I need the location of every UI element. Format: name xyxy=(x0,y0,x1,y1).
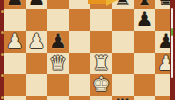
square-b7[interactable]: ♟ xyxy=(26,0,48,9)
square-c7[interactable] xyxy=(47,0,69,9)
gold-stud-icon xyxy=(1,96,4,99)
square-c2[interactable] xyxy=(47,96,69,100)
square-a2[interactable] xyxy=(4,96,26,100)
square-a4[interactable] xyxy=(4,53,26,75)
square-e3[interactable]: ♚ xyxy=(90,74,112,96)
square-f3[interactable] xyxy=(112,74,134,96)
move-arrow-shaft xyxy=(88,0,108,4)
square-a3[interactable] xyxy=(4,74,26,96)
piece-white-king-e3[interactable]: ♚ xyxy=(92,74,110,96)
square-g5[interactable] xyxy=(134,31,156,53)
square-e5[interactable] xyxy=(90,31,112,53)
scrollbar-track[interactable] xyxy=(171,8,173,78)
square-c3[interactable] xyxy=(47,74,69,96)
piece-black-pawn-c5[interactable]: ♟ xyxy=(49,31,67,53)
square-e2[interactable] xyxy=(90,96,112,100)
square-f2[interactable]: ♜ xyxy=(112,96,134,100)
piece-black-pawn-g6[interactable]: ♟ xyxy=(135,9,153,31)
piece-white-pawn-b5[interactable]: ♟ xyxy=(27,31,45,53)
square-g6[interactable]: ♟ xyxy=(134,9,156,31)
square-b5[interactable]: ♟ xyxy=(26,31,48,53)
square-b2[interactable] xyxy=(26,96,48,100)
piece-black-pawn-a7[interactable]: ♟ xyxy=(6,0,24,9)
square-c5[interactable]: ♟ xyxy=(47,31,69,53)
square-d6[interactable] xyxy=(69,9,91,31)
gold-stud-icon xyxy=(1,31,4,34)
square-d4[interactable] xyxy=(69,53,91,75)
square-g2[interactable] xyxy=(134,96,156,100)
square-f4[interactable] xyxy=(112,53,134,75)
chess-board: ♟♟♜♝♚♟♟♟♟♟♛♜♟♚♜ xyxy=(4,0,175,100)
scrollbar-thumb[interactable] xyxy=(171,28,173,36)
square-e4[interactable]: ♜ xyxy=(90,53,112,75)
square-b6[interactable] xyxy=(26,9,48,31)
piece-black-rook-f2[interactable]: ♜ xyxy=(114,96,132,100)
gold-stud-icon xyxy=(1,53,4,56)
gold-stud-icon xyxy=(1,74,4,77)
square-c4[interactable]: ♛ xyxy=(47,53,69,75)
piece-white-rook-e4[interactable]: ♜ xyxy=(92,53,110,75)
square-d3[interactable] xyxy=(69,74,91,96)
square-a7[interactable]: ♟ xyxy=(4,0,26,9)
square-a6[interactable] xyxy=(4,9,26,31)
square-a5[interactable]: ♟ xyxy=(4,31,26,53)
square-b3[interactable] xyxy=(26,74,48,96)
gold-stud-icon xyxy=(1,10,4,13)
square-f6[interactable] xyxy=(112,9,134,31)
square-d5[interactable] xyxy=(69,31,91,53)
square-g3[interactable] xyxy=(134,74,156,96)
square-b4[interactable] xyxy=(26,53,48,75)
square-f5[interactable] xyxy=(112,31,134,53)
piece-white-pawn-a5[interactable]: ♟ xyxy=(6,31,24,53)
square-g4[interactable] xyxy=(134,53,156,75)
square-c6[interactable] xyxy=(47,9,69,31)
piece-white-queen-c4[interactable]: ♛ xyxy=(49,53,67,75)
move-arrow-head-icon xyxy=(106,0,120,6)
square-d2[interactable] xyxy=(69,96,91,100)
piece-black-pawn-b7[interactable]: ♟ xyxy=(27,0,45,9)
chess-app-viewport: ♟♟♜♝♚♟♟♟♟♟♛♜♟♚♜ xyxy=(0,0,175,100)
square-e6[interactable] xyxy=(90,9,112,31)
